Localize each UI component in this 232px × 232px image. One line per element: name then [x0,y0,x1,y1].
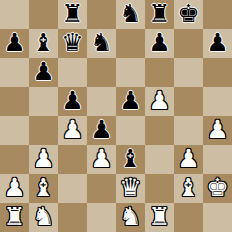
square-e6[interactable] [116,58,145,87]
square-d1[interactable] [87,203,116,232]
white-rook-icon: ♜ [3,203,25,231]
square-b8[interactable] [29,0,58,29]
square-e2[interactable]: ♛ [116,174,145,203]
square-c1[interactable] [58,203,87,232]
black-rook-icon: ♜ [61,0,83,28]
square-e8[interactable]: ♞ [116,0,145,29]
white-bishop-icon: ♝ [177,174,199,202]
square-c6[interactable] [58,58,87,87]
square-g1[interactable] [174,203,203,232]
square-a6[interactable] [0,58,29,87]
square-b7[interactable]: ♝ [29,29,58,58]
square-h1[interactable] [203,203,232,232]
black-knight-icon: ♞ [90,29,112,57]
black-queen-icon: ♛ [61,29,83,57]
square-f4[interactable] [145,116,174,145]
black-pawn-icon: ♟ [61,87,83,115]
square-f5[interactable]: ♟ [145,87,174,116]
square-f6[interactable] [145,58,174,87]
square-c8[interactable]: ♜ [58,0,87,29]
black-pawn-icon: ♟ [206,29,228,57]
white-pawn-icon: ♟ [3,174,25,202]
white-pawn-icon: ♟ [206,116,228,144]
square-h4[interactable]: ♟ [203,116,232,145]
square-b1[interactable]: ♞ [29,203,58,232]
square-d5[interactable] [87,87,116,116]
black-pawn-icon: ♟ [148,29,170,57]
white-pawn-icon: ♟ [177,145,199,173]
square-c4[interactable]: ♟ [58,116,87,145]
square-g7[interactable] [174,29,203,58]
square-b3[interactable]: ♟ [29,145,58,174]
square-e4[interactable] [116,116,145,145]
square-e5[interactable]: ♟ [116,87,145,116]
black-pawn-icon: ♟ [3,29,25,57]
square-g3[interactable]: ♟ [174,145,203,174]
square-b4[interactable] [29,116,58,145]
square-d8[interactable] [87,0,116,29]
white-queen-icon: ♛ [119,174,141,202]
square-d2[interactable] [87,174,116,203]
black-knight-icon: ♞ [119,0,141,28]
square-b5[interactable] [29,87,58,116]
white-pawn-icon: ♟ [90,145,112,173]
square-a7[interactable]: ♟ [0,29,29,58]
square-c2[interactable] [58,174,87,203]
square-f2[interactable] [145,174,174,203]
square-b6[interactable]: ♟ [29,58,58,87]
white-pawn-icon: ♟ [148,87,170,115]
black-bishop-icon: ♝ [32,29,54,57]
square-g8[interactable]: ♚ [174,0,203,29]
square-a3[interactable] [0,145,29,174]
square-d6[interactable] [87,58,116,87]
square-a1[interactable]: ♜ [0,203,29,232]
square-f3[interactable] [145,145,174,174]
white-pawn-icon: ♟ [61,116,83,144]
square-a4[interactable] [0,116,29,145]
square-f7[interactable]: ♟ [145,29,174,58]
square-h2[interactable]: ♚ [203,174,232,203]
square-h6[interactable] [203,58,232,87]
white-rook-icon: ♜ [148,203,170,231]
black-pawn-icon: ♟ [32,58,54,86]
black-king-icon: ♚ [177,0,199,28]
white-knight-icon: ♞ [119,203,141,231]
square-h8[interactable] [203,0,232,29]
black-pawn-icon: ♟ [90,116,112,144]
square-e3[interactable]: ♝ [116,145,145,174]
square-h5[interactable] [203,87,232,116]
square-c5[interactable]: ♟ [58,87,87,116]
square-g2[interactable]: ♝ [174,174,203,203]
white-bishop-icon: ♝ [32,174,54,202]
square-a2[interactable]: ♟ [0,174,29,203]
black-bishop-icon: ♝ [119,145,141,173]
square-h3[interactable] [203,145,232,174]
chess-board: ♜♞♜♚♟♝♛♞♟♟♟♟♟♟♟♟♟♟♟♝♟♟♝♛♝♚♜♞♞♜ [0,0,232,232]
square-g4[interactable] [174,116,203,145]
square-g6[interactable] [174,58,203,87]
square-d7[interactable]: ♞ [87,29,116,58]
square-e1[interactable]: ♞ [116,203,145,232]
square-c3[interactable] [58,145,87,174]
square-f8[interactable]: ♜ [145,0,174,29]
square-b2[interactable]: ♝ [29,174,58,203]
square-d3[interactable]: ♟ [87,145,116,174]
white-king-icon: ♚ [206,174,228,202]
black-pawn-icon: ♟ [119,87,141,115]
square-d4[interactable]: ♟ [87,116,116,145]
black-rook-icon: ♜ [148,0,170,28]
white-pawn-icon: ♟ [32,145,54,173]
white-knight-icon: ♞ [32,203,54,231]
square-a5[interactable] [0,87,29,116]
square-g5[interactable] [174,87,203,116]
square-a8[interactable] [0,0,29,29]
square-c7[interactable]: ♛ [58,29,87,58]
square-f1[interactable]: ♜ [145,203,174,232]
square-h7[interactable]: ♟ [203,29,232,58]
square-e7[interactable] [116,29,145,58]
